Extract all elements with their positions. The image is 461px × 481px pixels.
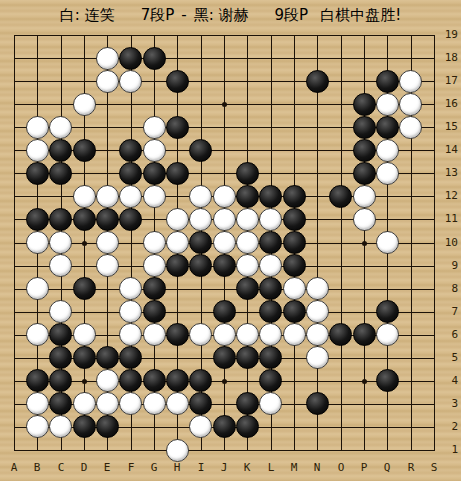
row-label-16: 16 <box>440 97 458 111</box>
row-label-7: 7 <box>440 305 458 319</box>
stone-white-I12 <box>189 185 212 208</box>
stone-black-P15 <box>353 116 376 139</box>
stone-white-F8 <box>119 277 142 300</box>
stone-black-D5 <box>73 346 96 369</box>
stone-white-J11 <box>213 208 236 231</box>
row-label-9: 9 <box>440 259 458 273</box>
stone-black-C14 <box>49 139 72 162</box>
stone-black-D11 <box>73 208 96 231</box>
stone-white-N7 <box>306 300 329 323</box>
stone-black-Q15 <box>376 116 399 139</box>
stone-black-C11 <box>49 208 72 231</box>
stone-white-Q6 <box>376 323 399 346</box>
star-point-D10 <box>82 241 87 246</box>
column-label-A: A <box>4 461 24 475</box>
stone-black-P13 <box>353 162 376 185</box>
stone-white-J12 <box>213 185 236 208</box>
column-label-L: L <box>261 461 281 475</box>
stone-black-P6 <box>353 323 376 346</box>
stone-white-Q14 <box>376 139 399 162</box>
stone-white-P11 <box>353 208 376 231</box>
grid-vertical-line <box>341 35 342 451</box>
stone-black-Q17 <box>376 70 399 93</box>
stone-black-J9 <box>213 254 236 277</box>
column-label-C: C <box>51 461 71 475</box>
column-label-E: E <box>97 461 117 475</box>
stone-white-E10 <box>96 231 119 254</box>
stone-black-J2 <box>213 415 236 438</box>
stone-white-E9 <box>96 254 119 277</box>
star-point-D4 <box>82 379 87 384</box>
column-label-K: K <box>237 461 257 475</box>
stone-black-L10 <box>259 231 282 254</box>
row-label-11: 11 <box>440 212 458 226</box>
stone-black-H4 <box>166 369 189 392</box>
stone-black-M12 <box>283 185 306 208</box>
row-label-1: 1 <box>440 443 458 457</box>
stone-black-L7 <box>259 300 282 323</box>
stone-white-D3 <box>73 392 96 415</box>
stone-white-B10 <box>26 231 49 254</box>
stone-black-C13 <box>49 162 72 185</box>
stone-black-L4 <box>259 369 282 392</box>
stone-white-C10 <box>49 231 72 254</box>
row-label-18: 18 <box>440 51 458 65</box>
stone-white-H11 <box>166 208 189 231</box>
column-label-G: G <box>144 461 164 475</box>
stone-black-Q7 <box>376 300 399 323</box>
stone-white-B3 <box>26 392 49 415</box>
column-label-P: P <box>354 461 374 475</box>
stone-white-R16 <box>399 93 422 116</box>
column-label-O: O <box>331 461 351 475</box>
stone-white-G15 <box>143 116 166 139</box>
column-label-I: I <box>191 461 211 475</box>
stone-black-K8 <box>236 277 259 300</box>
stone-black-F5 <box>119 346 142 369</box>
stone-black-I9 <box>189 254 212 277</box>
stone-black-O12 <box>329 185 352 208</box>
stone-black-P16 <box>353 93 376 116</box>
stone-white-I6 <box>189 323 212 346</box>
stone-white-I2 <box>189 415 212 438</box>
stone-black-Q4 <box>376 369 399 392</box>
stone-black-G13 <box>143 162 166 185</box>
grid-vertical-line <box>317 35 318 451</box>
row-label-6: 6 <box>440 328 458 342</box>
star-point-J4 <box>222 379 227 384</box>
stone-white-J10 <box>213 231 236 254</box>
column-label-S: S <box>424 461 444 475</box>
column-label-R: R <box>401 461 421 475</box>
stone-white-L9 <box>259 254 282 277</box>
stone-black-H13 <box>166 162 189 185</box>
stone-black-F14 <box>119 139 142 162</box>
stone-white-N6 <box>306 323 329 346</box>
stone-white-G3 <box>143 392 166 415</box>
stone-black-K2 <box>236 415 259 438</box>
stone-black-B13 <box>26 162 49 185</box>
stone-black-I3 <box>189 392 212 415</box>
stone-black-F11 <box>119 208 142 231</box>
row-label-2: 2 <box>440 420 458 434</box>
stone-white-F12 <box>119 185 142 208</box>
stone-black-H17 <box>166 70 189 93</box>
stone-black-F13 <box>119 162 142 185</box>
row-label-12: 12 <box>440 189 458 203</box>
stone-black-O6 <box>329 323 352 346</box>
stone-white-N8 <box>306 277 329 300</box>
stone-black-G7 <box>143 300 166 323</box>
stone-white-B6 <box>26 323 49 346</box>
stone-white-D12 <box>73 185 96 208</box>
stone-black-K3 <box>236 392 259 415</box>
row-label-4: 4 <box>440 374 458 388</box>
star-point-P10 <box>362 241 367 246</box>
column-label-B: B <box>27 461 47 475</box>
go-board[interactable]: ABCDEFGHIJKLMNOPQRS191817161514131211109… <box>0 0 461 481</box>
stone-black-K13 <box>236 162 259 185</box>
stone-white-K6 <box>236 323 259 346</box>
row-label-19: 19 <box>440 28 458 42</box>
stone-black-E11 <box>96 208 119 231</box>
stone-black-L5 <box>259 346 282 369</box>
stone-white-E3 <box>96 392 119 415</box>
go-game-page: 白: 连笑 7段P - 黑: 谢赫 9段P 白棋中盘胜! ABCDEFGHIJK… <box>0 0 461 481</box>
stone-black-N3 <box>306 392 329 415</box>
stone-white-R17 <box>399 70 422 93</box>
stone-white-G14 <box>143 139 166 162</box>
stone-white-C2 <box>49 415 72 438</box>
stone-white-E18 <box>96 47 119 70</box>
stone-white-E17 <box>96 70 119 93</box>
stone-black-J5 <box>213 346 236 369</box>
stone-black-L8 <box>259 277 282 300</box>
stone-black-H15 <box>166 116 189 139</box>
stone-white-Q16 <box>376 93 399 116</box>
stone-white-E12 <box>96 185 119 208</box>
grid-vertical-line <box>434 35 435 451</box>
column-label-M: M <box>284 461 304 475</box>
column-label-Q: Q <box>377 461 397 475</box>
stone-white-G12 <box>143 185 166 208</box>
stone-white-Q10 <box>376 231 399 254</box>
stone-black-F18 <box>119 47 142 70</box>
stone-white-C9 <box>49 254 72 277</box>
stone-white-C15 <box>49 116 72 139</box>
stone-white-D6 <box>73 323 96 346</box>
row-label-10: 10 <box>440 236 458 250</box>
stone-white-F3 <box>119 392 142 415</box>
stone-black-D14 <box>73 139 96 162</box>
stone-white-Q13 <box>376 162 399 185</box>
column-label-D: D <box>74 461 94 475</box>
stone-black-G4 <box>143 369 166 392</box>
stone-black-D8 <box>73 277 96 300</box>
stone-white-F7 <box>119 300 142 323</box>
stone-white-E4 <box>96 369 119 392</box>
stone-white-J6 <box>213 323 236 346</box>
stone-black-J7 <box>213 300 236 323</box>
stone-black-B11 <box>26 208 49 231</box>
column-label-N: N <box>307 461 327 475</box>
stone-white-B14 <box>26 139 49 162</box>
stone-black-C4 <box>49 369 72 392</box>
stone-white-L11 <box>259 208 282 231</box>
stone-white-R15 <box>399 116 422 139</box>
stone-white-H3 <box>166 392 189 415</box>
stone-black-N17 <box>306 70 329 93</box>
stone-white-P12 <box>353 185 376 208</box>
stone-white-K11 <box>236 208 259 231</box>
stone-black-I14 <box>189 139 212 162</box>
row-label-17: 17 <box>440 74 458 88</box>
stone-black-I4 <box>189 369 212 392</box>
stone-white-N5 <box>306 346 329 369</box>
stone-white-L6 <box>259 323 282 346</box>
stone-white-L3 <box>259 392 282 415</box>
stone-white-B15 <box>26 116 49 139</box>
stone-black-E2 <box>96 415 119 438</box>
stone-white-B2 <box>26 415 49 438</box>
stone-white-D16 <box>73 93 96 116</box>
stone-black-H6 <box>166 323 189 346</box>
stone-black-C3 <box>49 392 72 415</box>
stone-white-F6 <box>119 323 142 346</box>
row-label-3: 3 <box>440 397 458 411</box>
stone-black-I10 <box>189 231 212 254</box>
stone-black-B4 <box>26 369 49 392</box>
stone-white-M8 <box>283 277 306 300</box>
star-point-P4 <box>362 379 367 384</box>
stone-black-E5 <box>96 346 119 369</box>
stone-black-M9 <box>283 254 306 277</box>
stone-black-M11 <box>283 208 306 231</box>
stone-white-I11 <box>189 208 212 231</box>
stone-black-K5 <box>236 346 259 369</box>
row-label-14: 14 <box>440 143 458 157</box>
stone-black-H9 <box>166 254 189 277</box>
stone-white-G9 <box>143 254 166 277</box>
stone-white-C7 <box>49 300 72 323</box>
stone-black-C5 <box>49 346 72 369</box>
column-label-F: F <box>121 461 141 475</box>
stone-white-B8 <box>26 277 49 300</box>
stone-white-K10 <box>236 231 259 254</box>
column-label-H: H <box>167 461 187 475</box>
stone-black-K12 <box>236 185 259 208</box>
stone-black-D2 <box>73 415 96 438</box>
stone-black-G18 <box>143 47 166 70</box>
stone-white-F17 <box>119 70 142 93</box>
stone-black-G8 <box>143 277 166 300</box>
stone-black-C6 <box>49 323 72 346</box>
stone-black-F4 <box>119 369 142 392</box>
row-label-5: 5 <box>440 351 458 365</box>
row-label-15: 15 <box>440 120 458 134</box>
column-label-J: J <box>214 461 234 475</box>
row-label-13: 13 <box>440 166 458 180</box>
grid-horizontal-line <box>14 450 435 451</box>
stone-white-G6 <box>143 323 166 346</box>
stone-white-H1 <box>166 439 189 462</box>
stone-white-G10 <box>143 231 166 254</box>
stone-white-H10 <box>166 231 189 254</box>
stone-white-M6 <box>283 323 306 346</box>
stone-black-M7 <box>283 300 306 323</box>
stone-black-P14 <box>353 139 376 162</box>
stone-black-M10 <box>283 231 306 254</box>
row-label-8: 8 <box>440 282 458 296</box>
stone-black-L12 <box>259 185 282 208</box>
stone-white-K9 <box>236 254 259 277</box>
star-point-J16 <box>222 102 227 107</box>
